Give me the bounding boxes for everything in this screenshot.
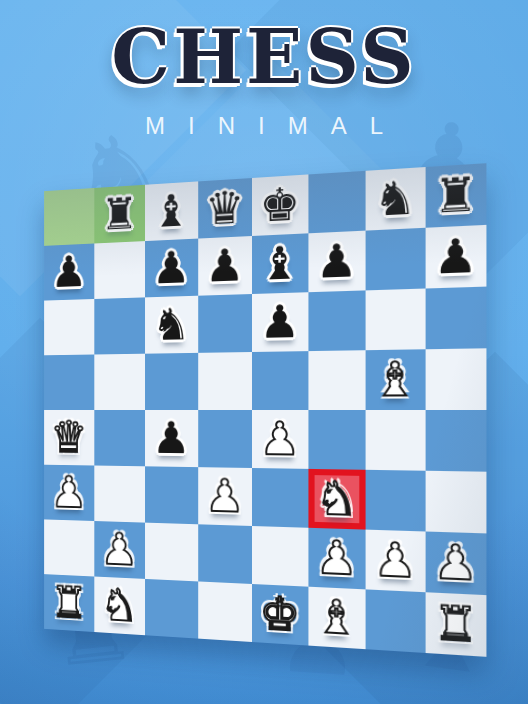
white-pawn-f2[interactable]: ♟: [308, 527, 366, 589]
white-rook-h1[interactable]: ♜: [425, 591, 486, 656]
square-f8[interactable]: [308, 171, 366, 234]
square-c6[interactable]: ♞: [145, 296, 198, 354]
white-king-e1[interactable]: ♚: [252, 583, 308, 645]
black-bishop-e7[interactable]: ♝: [252, 232, 308, 293]
square-c2[interactable]: [145, 523, 198, 582]
black-pawn-c7[interactable]: ♟: [145, 238, 198, 297]
square-g3[interactable]: [366, 470, 425, 532]
square-b3[interactable]: [94, 465, 145, 522]
square-f2[interactable]: ♟: [308, 528, 366, 590]
square-d3[interactable]: ♟: [198, 467, 252, 526]
square-e1[interactable]: ♚: [252, 584, 308, 646]
square-f6[interactable]: [308, 290, 366, 351]
square-c8[interactable]: ♝: [145, 181, 198, 241]
white-rook-a1[interactable]: ♜: [44, 573, 94, 631]
board-perspective-wrap: ♜♝♛♚♞♜♟♟♟♝♟♟♞♟♝♛♟♟♟♟♞♟♟♟♟♜♞♚♝♜: [44, 163, 486, 657]
square-b4[interactable]: [94, 410, 145, 466]
square-a4[interactable]: ♛: [44, 410, 94, 465]
square-a8[interactable]: [44, 188, 94, 246]
square-d2[interactable]: [198, 524, 252, 584]
square-h1[interactable]: ♜: [425, 592, 486, 657]
game-subtitle: MINIMAL: [0, 112, 528, 140]
white-bishop-f1[interactable]: ♝: [308, 586, 366, 649]
square-g6[interactable]: [366, 289, 425, 351]
black-rook-h8[interactable]: ♜: [425, 162, 486, 227]
square-h4[interactable]: [425, 410, 486, 472]
square-c4[interactable]: ♟: [145, 410, 198, 467]
square-c1[interactable]: [145, 579, 198, 639]
square-h5[interactable]: [425, 348, 486, 410]
square-f5[interactable]: [308, 350, 366, 410]
square-c5[interactable]: [145, 353, 198, 410]
black-knight-g8[interactable]: ♞: [366, 166, 425, 230]
white-bishop-g5[interactable]: ♝: [366, 348, 425, 409]
black-bishop-c8[interactable]: ♝: [145, 180, 198, 240]
black-pawn-a7[interactable]: ♟: [44, 243, 94, 300]
white-pawn-h2[interactable]: ♟: [425, 530, 486, 594]
square-a3[interactable]: ♟: [44, 465, 94, 521]
square-b8[interactable]: ♜: [94, 185, 145, 244]
black-pawn-e6[interactable]: ♟: [252, 291, 308, 351]
square-a2[interactable]: [44, 519, 94, 576]
square-g8[interactable]: ♞: [366, 167, 425, 231]
square-a1[interactable]: ♜: [44, 574, 94, 632]
square-h7[interactable]: ♟: [425, 225, 486, 289]
square-b5[interactable]: [94, 354, 145, 410]
black-pawn-c4[interactable]: ♟: [145, 409, 198, 466]
square-g5[interactable]: ♝: [366, 349, 425, 410]
square-b2[interactable]: ♟: [94, 521, 145, 579]
square-e5[interactable]: [252, 351, 308, 410]
square-e8[interactable]: ♚: [252, 174, 308, 236]
square-b6[interactable]: [94, 297, 145, 354]
square-e7[interactable]: ♝: [252, 233, 308, 294]
square-e6[interactable]: ♟: [252, 292, 308, 352]
square-d7[interactable]: ♟: [198, 236, 252, 296]
square-g1[interactable]: [366, 589, 425, 653]
square-d1[interactable]: [198, 581, 252, 642]
square-c3[interactable]: [145, 466, 198, 524]
black-queen-d8[interactable]: ♛: [198, 177, 252, 238]
square-d5[interactable]: [198, 352, 252, 410]
square-g7[interactable]: [366, 228, 425, 291]
white-pawn-d3[interactable]: ♟: [198, 466, 252, 525]
square-c7[interactable]: ♟: [145, 239, 198, 298]
square-f4[interactable]: [308, 410, 366, 470]
square-h6[interactable]: [425, 287, 486, 350]
square-a6[interactable]: [44, 299, 94, 355]
square-d8[interactable]: ♛: [198, 178, 252, 239]
square-h3[interactable]: [425, 471, 486, 534]
black-pawn-h7[interactable]: ♟: [425, 224, 486, 288]
square-e4[interactable]: ♟: [252, 410, 308, 469]
square-h8[interactable]: ♜: [425, 163, 486, 228]
white-knight-f3[interactable]: ♞: [308, 468, 366, 529]
square-b1[interactable]: ♞: [94, 576, 145, 635]
square-a5[interactable]: [44, 355, 94, 410]
black-knight-c6[interactable]: ♞: [145, 295, 198, 353]
square-a7[interactable]: ♟: [44, 244, 94, 301]
white-knight-b1[interactable]: ♞: [94, 576, 145, 635]
white-pawn-e4[interactable]: ♟: [252, 409, 308, 468]
black-rook-b8[interactable]: ♜: [94, 184, 145, 243]
square-d6[interactable]: [198, 294, 252, 353]
square-f7[interactable]: ♟: [308, 231, 366, 293]
chess-board: ♜♝♛♚♞♜♟♟♟♝♟♟♞♟♝♛♟♟♟♟♞♟♟♟♟♜♞♚♝♜: [44, 163, 486, 657]
white-queen-a4[interactable]: ♛: [44, 409, 94, 464]
square-d4[interactable]: [198, 410, 252, 468]
black-pawn-f7[interactable]: ♟: [308, 230, 366, 292]
square-f3[interactable]: ♞: [308, 469, 366, 530]
square-g4[interactable]: [366, 410, 425, 471]
black-pawn-d7[interactable]: ♟: [198, 235, 252, 295]
square-b7[interactable]: [94, 241, 145, 299]
white-pawn-a3[interactable]: ♟: [44, 464, 94, 520]
game-title: CHESS: [0, 14, 528, 100]
app-window: ♞ ♟ ♜ ♟ ♝ CHESS MINIMAL ♜♝♛♚♞♜♟♟♟♝♟♟♞♟♝♛…: [0, 0, 528, 704]
white-pawn-g2[interactable]: ♟: [366, 529, 425, 592]
square-e2[interactable]: [252, 526, 308, 587]
white-pawn-b2[interactable]: ♟: [94, 520, 145, 578]
square-e3[interactable]: [252, 468, 308, 528]
black-king-e8[interactable]: ♚: [252, 173, 308, 235]
square-g2[interactable]: ♟: [366, 530, 425, 593]
square-h2[interactable]: ♟: [425, 531, 486, 595]
square-f1[interactable]: ♝: [308, 587, 366, 650]
